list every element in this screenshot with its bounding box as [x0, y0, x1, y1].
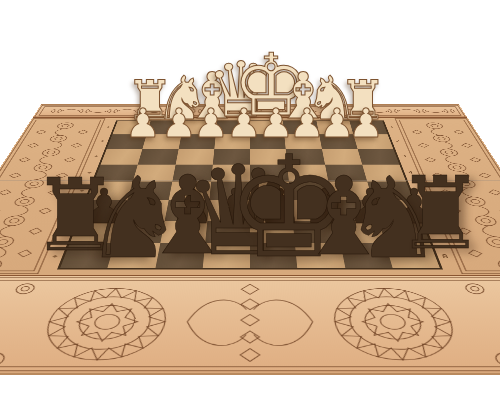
chess-set-photo: ◆◆◆◆◆◆◆◆ 12345678 ♜♞♝♛♚♝♞♜♟♟♟♟♟♟♟♟♟♟♟♟♟♟…: [0, 0, 500, 400]
rank-label: 1: [389, 126, 395, 129]
rosette-engraving-icon: [0, 276, 500, 373]
white-pawn-piece: ♟: [348, 103, 384, 143]
edge-mark-icon: ◆: [106, 126, 110, 128]
white-pawn-piece: ♟: [161, 103, 197, 143]
front-apron-engraving: [0, 275, 500, 375]
edge-mark-icon: ◆: [100, 140, 105, 142]
rank-label: 2: [395, 140, 401, 143]
white-pawn-piece: ♟: [125, 103, 161, 143]
white-pawn-piece: ♟: [193, 103, 229, 143]
black-rook-piece: ♜: [395, 164, 485, 264]
